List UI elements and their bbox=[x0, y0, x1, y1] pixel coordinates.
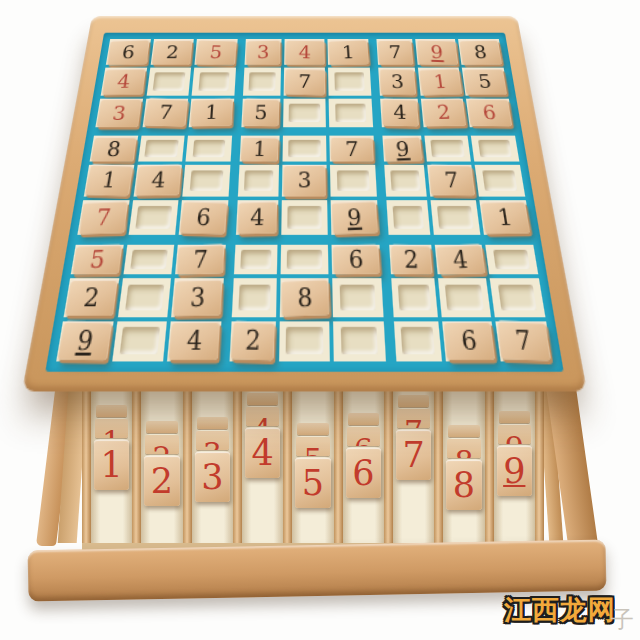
drawer-divider bbox=[283, 391, 292, 543]
watermark: 子 江西龙网 bbox=[504, 592, 616, 628]
board-pocket-r5c6 bbox=[330, 165, 377, 197]
drawer-divider bbox=[384, 391, 393, 543]
wooden-frame: 6253417984731537154268179143776491576242… bbox=[22, 16, 587, 391]
drawer-slot-3: 33 bbox=[192, 391, 233, 543]
board-pocket-r6c5 bbox=[281, 200, 328, 234]
spare-tile-edge bbox=[448, 425, 479, 437]
spare-tile-edge bbox=[247, 393, 278, 405]
board-tile-r3c1[interactable]: 3 bbox=[95, 99, 142, 128]
spare-tile-peek: 4 bbox=[246, 407, 279, 426]
board-pocket-r6c8 bbox=[430, 200, 481, 234]
board-pocket-r3c5 bbox=[283, 99, 327, 128]
board-tile-r6c6[interactable]: 9 bbox=[331, 200, 379, 234]
drawer-tile-4[interactable]: 4 bbox=[245, 428, 280, 478]
drawer-tile-3[interactable]: 3 bbox=[195, 452, 230, 502]
drawer-divider bbox=[233, 391, 242, 543]
spare-tile-peek: 7 bbox=[397, 409, 430, 428]
board-pocket-r5c7 bbox=[384, 165, 426, 197]
drawer-slot-9: 99 bbox=[494, 391, 535, 543]
spare-tile-peek: 2 bbox=[145, 435, 178, 454]
board-pocket-r3c6 bbox=[329, 99, 373, 128]
board-tile-r3c3[interactable]: 1 bbox=[189, 99, 234, 128]
board-tile-r9c3[interactable]: 4 bbox=[167, 321, 221, 362]
board-tile-r3c2[interactable]: 7 bbox=[142, 99, 188, 128]
board-pocket-r8c8 bbox=[438, 278, 492, 316]
drawer-divider bbox=[334, 391, 343, 543]
board-tile-r2c9[interactable]: 5 bbox=[462, 68, 508, 96]
board-tile-r1c7[interactable]: 7 bbox=[376, 39, 414, 65]
board-tile-r2c1[interactable]: 4 bbox=[101, 68, 147, 96]
drawer-slot-7: 77 bbox=[393, 391, 434, 543]
board-tile-r9c4[interactable]: 2 bbox=[230, 321, 276, 362]
board-tile-r6c4[interactable]: 4 bbox=[236, 200, 278, 234]
watermark-text: 江西龙网 bbox=[504, 594, 616, 625]
board-tile-r5c1[interactable]: 1 bbox=[84, 165, 134, 197]
drawer-slot-2: 22 bbox=[141, 391, 182, 543]
spare-tile-edge bbox=[499, 411, 530, 423]
drawer-slot-1: 11 bbox=[91, 391, 132, 543]
board-pocket-r5c4 bbox=[238, 165, 279, 197]
board-pocket-r8c2 bbox=[118, 278, 172, 316]
board-tile-r7c6[interactable]: 6 bbox=[332, 244, 381, 274]
board-tile-r8c3[interactable]: 3 bbox=[172, 278, 224, 316]
drawer-tile-8[interactable]: 8 bbox=[446, 460, 481, 510]
board-tile-r2c8[interactable]: 1 bbox=[418, 68, 463, 96]
sudoku-board: 6253417984731537154268179143776491576242… bbox=[22, 16, 587, 391]
board-tile-r2c7[interactable]: 3 bbox=[378, 68, 417, 96]
tile-drawer[interactable]: 112233445566778899 bbox=[82, 391, 544, 552]
drawer-divider bbox=[434, 391, 443, 543]
spare-tile-peek: 9 bbox=[498, 425, 531, 444]
board-tile-r3c8[interactable]: 2 bbox=[421, 99, 467, 128]
spare-tile-edge bbox=[297, 423, 328, 435]
board-pocket-r7c2 bbox=[123, 244, 175, 274]
board-tile-r7c7[interactable]: 2 bbox=[389, 244, 433, 274]
board-pocket-r2c4 bbox=[243, 68, 281, 96]
board-tile-r8c5[interactable]: 8 bbox=[279, 278, 329, 316]
board-pocket-r9c6 bbox=[333, 321, 386, 362]
board-tile-r1c6[interactable]: 1 bbox=[328, 39, 370, 65]
board-tile-r1c1[interactable]: 6 bbox=[106, 39, 151, 65]
board-pocket-r4c2 bbox=[138, 136, 185, 161]
board-pocket-r9c5 bbox=[279, 321, 331, 362]
drawer-slot-5: 55 bbox=[292, 391, 333, 543]
drawer-tile-9[interactable]: 9 bbox=[497, 446, 532, 496]
board-tile-r9c9[interactable]: 7 bbox=[496, 321, 553, 362]
board-tile-r3c4[interactable]: 5 bbox=[241, 99, 280, 128]
board-surface: 6253417984731537154268179143776491576242… bbox=[45, 33, 564, 372]
drawer-divider bbox=[183, 391, 192, 543]
board-tile-r6c9[interactable]: 1 bbox=[480, 200, 532, 234]
board-pocket-r5c9 bbox=[475, 165, 525, 197]
board-tile-r4c4[interactable]: 1 bbox=[240, 136, 280, 161]
spare-tile-edge bbox=[398, 395, 429, 407]
board-tile-r1c3[interactable]: 5 bbox=[195, 39, 238, 65]
board-tile-r9c1[interactable]: 9 bbox=[56, 321, 113, 362]
board-tile-r1c9[interactable]: 8 bbox=[458, 39, 503, 65]
board-tile-r5c8[interactable]: 7 bbox=[427, 165, 476, 197]
spare-tile-peek: 8 bbox=[447, 439, 480, 458]
board-tile-r9c8[interactable]: 6 bbox=[442, 321, 498, 362]
board-tile-r7c3[interactable]: 7 bbox=[175, 244, 225, 274]
drawer-tile-6[interactable]: 6 bbox=[346, 448, 381, 498]
board-tile-r5c5[interactable]: 3 bbox=[282, 165, 328, 197]
board-pocket-r2c2 bbox=[146, 68, 191, 96]
board-tile-r6c3[interactable]: 6 bbox=[179, 200, 228, 234]
board-pocket-r7c5 bbox=[280, 244, 329, 274]
drawer-slot-4: 44 bbox=[242, 391, 283, 543]
drawer-slot-8: 88 bbox=[443, 391, 484, 543]
spare-tile-peek: 3 bbox=[196, 431, 229, 450]
sudoku-grid: 6253417984731537154268179143776491576242… bbox=[56, 39, 553, 361]
board-tile-r5c2[interactable]: 4 bbox=[133, 165, 182, 197]
board-pocket-r2c6 bbox=[328, 68, 371, 96]
drawer-divider bbox=[82, 391, 91, 543]
watermark-faint-text: 子 bbox=[611, 604, 634, 635]
drawer-divider bbox=[535, 391, 544, 543]
board-pocket-r7c9 bbox=[486, 244, 539, 274]
board-tile-r1c8[interactable]: 9 bbox=[415, 39, 459, 65]
board-pocket-r5c3 bbox=[183, 165, 231, 197]
board-pocket-r4c8 bbox=[424, 136, 471, 161]
board-tile-r3c9[interactable]: 6 bbox=[466, 99, 513, 128]
board-tile-r4c1[interactable]: 8 bbox=[90, 136, 138, 161]
board-pocket-r6c7 bbox=[386, 200, 429, 234]
board-tile-r1c2[interactable]: 2 bbox=[150, 39, 194, 65]
photo-background: 6253417984731537154268179143776491576242… bbox=[0, 0, 640, 640]
board-pocket-r4c3 bbox=[186, 136, 232, 161]
board-tile-r7c8[interactable]: 4 bbox=[434, 244, 486, 274]
board-tile-r3c7[interactable]: 4 bbox=[380, 99, 420, 128]
board-tile-r8c1[interactable]: 2 bbox=[64, 278, 119, 316]
board-tile-r2c5[interactable]: 7 bbox=[283, 68, 325, 96]
spare-tile-edge bbox=[146, 421, 177, 433]
board-pocket-r2c3 bbox=[192, 68, 236, 96]
board-tile-r4c6[interactable]: 7 bbox=[330, 136, 375, 161]
spare-tile-peek: 1 bbox=[95, 419, 128, 438]
board-pocket-r4c9 bbox=[471, 136, 519, 161]
board-tile-r7c1[interactable]: 5 bbox=[71, 244, 124, 274]
drawer-divider bbox=[485, 391, 494, 543]
board-pocket-r7c4 bbox=[234, 244, 277, 274]
board-tile-r1c5[interactable]: 4 bbox=[284, 39, 325, 65]
board-pocket-r6c2 bbox=[128, 200, 179, 234]
board-pocket-r9c7 bbox=[394, 321, 442, 362]
board-tile-r1c4[interactable]: 3 bbox=[245, 39, 282, 65]
board-pocket-r8c9 bbox=[490, 278, 545, 316]
board-tile-r6c1[interactable]: 7 bbox=[77, 200, 129, 234]
spare-tile-edge bbox=[197, 417, 228, 429]
drawer-tile-7[interactable]: 7 bbox=[396, 430, 431, 480]
board-pocket-r4c5 bbox=[282, 136, 327, 161]
board-pocket-r8c4 bbox=[232, 278, 277, 316]
spare-tile-edge bbox=[348, 413, 379, 425]
drawer-divider bbox=[132, 391, 141, 543]
board-tile-r4c7[interactable]: 9 bbox=[382, 136, 423, 161]
drawer-tile-5[interactable]: 5 bbox=[295, 458, 330, 508]
board-pocket-r9c2 bbox=[112, 321, 168, 362]
drawer-slot-6: 66 bbox=[343, 391, 384, 543]
drawer-tile-1[interactable]: 1 bbox=[94, 440, 129, 490]
spare-tile-edge bbox=[96, 405, 127, 417]
board-pocket-r8c7 bbox=[391, 278, 437, 316]
drawer-tile-2[interactable]: 2 bbox=[144, 456, 179, 506]
spare-tile-peek: 5 bbox=[296, 437, 329, 456]
spare-tile-peek: 6 bbox=[347, 427, 380, 446]
board-pocket-r8c6 bbox=[333, 278, 384, 316]
